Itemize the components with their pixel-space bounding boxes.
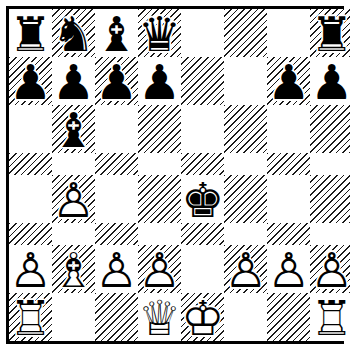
black-pawn: ♟ xyxy=(9,58,52,106)
piece-halo: ♟ xyxy=(95,58,138,106)
black-pawn: ♟ xyxy=(267,58,310,106)
piece-halo: ♛ xyxy=(138,10,181,58)
white-pawn: ♙ xyxy=(95,246,138,294)
square-e3[interactable] xyxy=(181,223,224,245)
square-a3[interactable] xyxy=(9,223,52,245)
piece-halo: ♟ xyxy=(310,58,350,106)
square-e6[interactable] xyxy=(181,105,224,153)
piece-halo: ♟ xyxy=(138,58,181,106)
square-b4[interactable]: ♟♙ xyxy=(52,175,95,223)
piece-halo: ♜ xyxy=(9,294,52,342)
black-rook: ♜ xyxy=(9,10,52,58)
chess-board: ♜♜♞♞♝♝♛♛♜♜♟♟♟♟♟♟♟♟♟♟♟♟♝♝♟♙♚♚♟♙♝♗♟♙♟♙♟♙♟♙… xyxy=(6,6,344,344)
square-c6[interactable] xyxy=(95,105,138,153)
white-rook: ♖ xyxy=(310,294,350,342)
square-c8[interactable]: ♝♝ xyxy=(95,9,138,57)
square-a1[interactable]: ♜♖ xyxy=(9,293,52,341)
square-b3[interactable] xyxy=(52,223,95,245)
square-f7[interactable] xyxy=(224,57,267,105)
square-e8[interactable] xyxy=(181,9,224,57)
square-b1[interactable] xyxy=(52,293,95,341)
white-pawn: ♙ xyxy=(224,246,267,294)
piece-halo: ♟ xyxy=(138,246,181,294)
white-pawn: ♙ xyxy=(310,246,350,294)
square-a7[interactable]: ♟♟ xyxy=(9,57,52,105)
square-h3[interactable] xyxy=(310,223,350,245)
square-a6[interactable] xyxy=(9,105,52,153)
square-e4[interactable]: ♚♚ xyxy=(181,175,224,223)
square-c7[interactable]: ♟♟ xyxy=(95,57,138,105)
square-b8[interactable]: ♞♞ xyxy=(52,9,95,57)
square-g5[interactable] xyxy=(267,153,310,175)
piece-halo: ♟ xyxy=(95,246,138,294)
square-b7[interactable]: ♟♟ xyxy=(52,57,95,105)
white-pawn: ♙ xyxy=(138,246,181,294)
square-f6[interactable] xyxy=(224,105,267,153)
square-b6[interactable]: ♝♝ xyxy=(52,105,95,153)
piece-halo: ♟ xyxy=(224,246,267,294)
black-queen: ♛ xyxy=(138,10,181,58)
black-king: ♚ xyxy=(181,176,224,224)
piece-halo: ♟ xyxy=(9,246,52,294)
square-f8[interactable] xyxy=(224,9,267,57)
white-bishop: ♗ xyxy=(52,246,95,294)
square-f1[interactable] xyxy=(224,293,267,341)
square-g1[interactable] xyxy=(267,293,310,341)
square-h2[interactable]: ♟♙ xyxy=(310,245,350,293)
piece-halo: ♟ xyxy=(267,58,310,106)
white-king: ♔ xyxy=(181,294,224,342)
square-b5[interactable] xyxy=(52,153,95,175)
piece-halo: ♚ xyxy=(181,294,224,342)
square-d4[interactable] xyxy=(138,175,181,223)
square-h5[interactable] xyxy=(310,153,350,175)
square-f5[interactable] xyxy=(224,153,267,175)
square-h7[interactable]: ♟♟ xyxy=(310,57,350,105)
black-bishop: ♝ xyxy=(95,10,138,58)
square-g8[interactable] xyxy=(267,9,310,57)
square-c5[interactable] xyxy=(95,153,138,175)
square-e1[interactable]: ♚♔ xyxy=(181,293,224,341)
square-f4[interactable] xyxy=(224,175,267,223)
piece-halo: ♜ xyxy=(9,10,52,58)
square-d3[interactable] xyxy=(138,223,181,245)
square-c4[interactable] xyxy=(95,175,138,223)
square-c2[interactable]: ♟♙ xyxy=(95,245,138,293)
square-d1[interactable]: ♛♕ xyxy=(138,293,181,341)
square-h4[interactable] xyxy=(310,175,350,223)
piece-halo: ♝ xyxy=(52,106,95,154)
square-a5[interactable] xyxy=(9,153,52,175)
white-queen: ♕ xyxy=(138,294,181,342)
square-d8[interactable]: ♛♛ xyxy=(138,9,181,57)
square-a8[interactable]: ♜♜ xyxy=(9,9,52,57)
square-g4[interactable] xyxy=(267,175,310,223)
piece-halo: ♟ xyxy=(9,58,52,106)
white-pawn: ♙ xyxy=(52,176,95,224)
square-e2[interactable] xyxy=(181,245,224,293)
piece-halo: ♜ xyxy=(310,10,350,58)
square-g2[interactable]: ♟♙ xyxy=(267,245,310,293)
square-g6[interactable] xyxy=(267,105,310,153)
square-f3[interactable] xyxy=(224,223,267,245)
black-knight: ♞ xyxy=(52,10,95,58)
square-e7[interactable] xyxy=(181,57,224,105)
piece-halo: ♞ xyxy=(52,10,95,58)
piece-halo: ♛ xyxy=(138,294,181,342)
black-pawn: ♟ xyxy=(138,58,181,106)
piece-halo: ♝ xyxy=(52,246,95,294)
square-c3[interactable] xyxy=(95,223,138,245)
black-pawn: ♟ xyxy=(310,58,350,106)
square-f2[interactable]: ♟♙ xyxy=(224,245,267,293)
square-d6[interactable] xyxy=(138,105,181,153)
black-bishop: ♝ xyxy=(52,106,95,154)
square-d7[interactable]: ♟♟ xyxy=(138,57,181,105)
square-d5[interactable] xyxy=(138,153,181,175)
chess-diagram: ♜♜♞♞♝♝♛♛♜♜♟♟♟♟♟♟♟♟♟♟♟♟♝♝♟♙♚♚♟♙♝♗♟♙♟♙♟♙♟♙… xyxy=(0,0,350,350)
piece-halo: ♟ xyxy=(310,246,350,294)
white-pawn: ♙ xyxy=(267,246,310,294)
black-pawn: ♟ xyxy=(52,58,95,106)
square-a2[interactable]: ♟♙ xyxy=(9,245,52,293)
square-d2[interactable]: ♟♙ xyxy=(138,245,181,293)
square-e5[interactable] xyxy=(181,153,224,175)
white-rook: ♖ xyxy=(9,294,52,342)
square-a4[interactable] xyxy=(9,175,52,223)
piece-halo: ♜ xyxy=(310,294,350,342)
square-g7[interactable]: ♟♟ xyxy=(267,57,310,105)
piece-halo: ♟ xyxy=(267,246,310,294)
square-h6[interactable] xyxy=(310,105,350,153)
piece-halo: ♚ xyxy=(181,176,224,224)
piece-halo: ♟ xyxy=(52,58,95,106)
square-g3[interactable] xyxy=(267,223,310,245)
square-h1[interactable]: ♜♖ xyxy=(310,293,350,341)
piece-halo: ♟ xyxy=(52,176,95,224)
black-pawn: ♟ xyxy=(95,58,138,106)
square-h8[interactable]: ♜♜ xyxy=(310,9,350,57)
piece-halo: ♝ xyxy=(95,10,138,58)
square-b2[interactable]: ♝♗ xyxy=(52,245,95,293)
square-c1[interactable] xyxy=(95,293,138,341)
black-rook: ♜ xyxy=(310,10,350,58)
white-pawn: ♙ xyxy=(9,246,52,294)
